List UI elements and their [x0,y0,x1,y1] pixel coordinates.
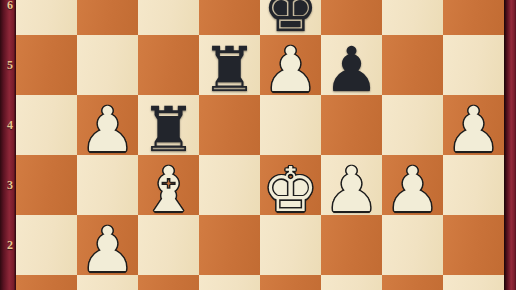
square-c4[interactable]: ♜ [138,95,199,155]
square-c1[interactable] [138,275,199,290]
black-rook[interactable]: ♜ [138,95,199,155]
square-g1[interactable] [382,275,443,290]
white-pawn[interactable]: ♟ [382,155,443,215]
white-king[interactable]: ♚ [260,155,321,215]
white-pawn[interactable]: ♟ [443,95,504,155]
square-f2[interactable] [321,215,382,275]
square-g2[interactable] [382,215,443,275]
square-e1[interactable] [260,275,321,290]
rank-label-4: 4 [0,117,13,133]
white-pawn[interactable]: ♟ [260,35,321,95]
rank-label-6: 6 [0,0,13,13]
white-bishop[interactable]: ♝ [138,155,199,215]
square-h4[interactable]: ♟ [443,95,504,155]
square-b1[interactable] [77,275,138,290]
square-c6[interactable] [138,0,199,35]
board-right-border [504,0,516,290]
square-f3[interactable]: ♟ [321,155,382,215]
square-d1[interactable] [199,275,260,290]
square-a6[interactable] [16,0,77,35]
square-c5[interactable] [138,35,199,95]
square-c3[interactable]: ♝ [138,155,199,215]
square-b6[interactable] [77,0,138,35]
black-rook[interactable]: ♜ [199,35,260,95]
square-h3[interactable] [443,155,504,215]
square-c2[interactable] [138,215,199,275]
square-f4[interactable] [321,95,382,155]
square-e6[interactable]: ♚ [260,0,321,35]
black-king[interactable]: ♚ [260,0,321,35]
square-d2[interactable] [199,215,260,275]
chess-board: ♚♜♟♟♟♜♟♝♚♟♟♟ [16,0,504,290]
rank-label-5: 5 [0,57,13,73]
square-g3[interactable]: ♟ [382,155,443,215]
square-a5[interactable] [16,35,77,95]
square-e2[interactable] [260,215,321,275]
square-a3[interactable] [16,155,77,215]
square-g5[interactable] [382,35,443,95]
square-g6[interactable] [382,0,443,35]
square-e4[interactable] [260,95,321,155]
white-pawn[interactable]: ♟ [77,95,138,155]
white-pawn[interactable]: ♟ [77,215,138,275]
square-g4[interactable] [382,95,443,155]
square-h2[interactable] [443,215,504,275]
square-a4[interactable] [16,95,77,155]
square-d5[interactable]: ♜ [199,35,260,95]
chess-board-screenshot: ♚♜♟♟♟♜♟♝♚♟♟♟ 65432 [0,0,516,290]
square-a2[interactable] [16,215,77,275]
square-h5[interactable] [443,35,504,95]
rank-label-3: 3 [0,177,13,193]
square-h1[interactable] [443,275,504,290]
rank-label-2: 2 [0,237,13,253]
square-a1[interactable] [16,275,77,290]
square-d6[interactable] [199,0,260,35]
square-e5[interactable]: ♟ [260,35,321,95]
square-d3[interactable] [199,155,260,215]
square-b4[interactable]: ♟ [77,95,138,155]
square-e3[interactable]: ♚ [260,155,321,215]
square-f1[interactable] [321,275,382,290]
square-d4[interactable] [199,95,260,155]
square-f5[interactable]: ♟ [321,35,382,95]
square-b3[interactable] [77,155,138,215]
square-b5[interactable] [77,35,138,95]
square-b2[interactable]: ♟ [77,215,138,275]
square-f6[interactable] [321,0,382,35]
white-pawn[interactable]: ♟ [321,155,382,215]
square-h6[interactable] [443,0,504,35]
black-pawn[interactable]: ♟ [321,35,382,95]
